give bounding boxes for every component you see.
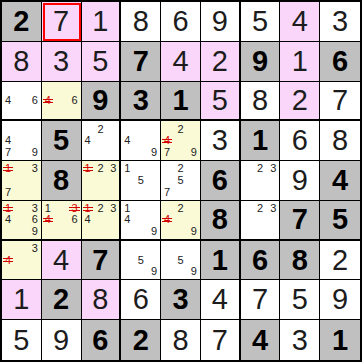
pencil-marks: 137 <box>2 161 41 200</box>
cell-r6c4[interactable]: 149 <box>121 201 161 241</box>
given-digit: 1 <box>172 86 188 115</box>
cell-r6c8[interactable]: 7 <box>280 201 320 241</box>
candidate-mark: 9 <box>191 147 197 158</box>
cell-r4c9[interactable]: 8 <box>320 121 360 161</box>
candidate-mark: 4 <box>5 95 11 106</box>
pencil-marks: 257 <box>161 161 200 200</box>
cell-r6c7[interactable]: 23 <box>241 201 281 241</box>
cell-r8c2[interactable]: 2 <box>42 280 82 320</box>
candidate-mark: 7 <box>5 187 11 198</box>
candidate-mark: 6 <box>71 95 77 106</box>
cell-r3c8[interactable]: 2 <box>280 82 320 122</box>
candidate-mark: 2 <box>257 163 263 174</box>
cell-r5c4[interactable]: 15 <box>121 161 161 201</box>
cell-r1c4[interactable]: 8 <box>121 2 161 42</box>
given-digit: 6 <box>212 166 228 195</box>
pencil-marks: 34 <box>2 241 41 280</box>
given-digit: 8 <box>212 205 228 234</box>
cell-r4c8[interactable]: 6 <box>280 121 320 161</box>
filled-digit: 8 <box>252 86 268 115</box>
given-digit: 4 <box>252 326 268 355</box>
cell-r5c1[interactable]: 137 <box>2 161 42 201</box>
filled-digit: 7 <box>252 285 268 314</box>
cell-r4c7[interactable]: 1 <box>241 121 281 161</box>
candidate-mark: 5 <box>177 255 183 266</box>
given-digit: 3 <box>133 86 149 115</box>
given-digit: 3 <box>172 285 188 314</box>
filled-digit: 7 <box>212 326 228 355</box>
filled-digit: 5 <box>212 86 228 115</box>
pencil-marks: 24 <box>82 121 120 160</box>
cell-r1c6[interactable]: 9 <box>201 2 241 42</box>
cell-r7c2[interactable]: 4 <box>42 241 82 281</box>
cell-r5c8[interactable]: 9 <box>280 161 320 201</box>
given-digit: 8 <box>292 246 308 275</box>
cell-r5c7[interactable]: 23 <box>241 161 281 201</box>
pencil-marks: 1234 <box>82 201 120 239</box>
cell-r9c8[interactable]: 3 <box>280 320 320 360</box>
cell-r7c1[interactable]: 34 <box>2 241 42 281</box>
candidate-mark: 3 <box>270 203 276 214</box>
cell-r1c3[interactable]: 1 <box>82 2 122 42</box>
cell-r4c6[interactable]: 3 <box>201 121 241 161</box>
cell-r3c9[interactable]: 7 <box>320 82 360 122</box>
pencil-marks: 59 <box>121 241 160 280</box>
pencil-marks: 149 <box>121 201 160 239</box>
pencil-marks: 249 <box>161 201 200 239</box>
cell-r2c3[interactable]: 5 <box>82 42 122 82</box>
cell-r2c2[interactable]: 3 <box>42 42 82 82</box>
cell-r6c3[interactable]: 1234 <box>82 201 122 241</box>
candidate-mark: 2 <box>257 203 263 214</box>
cell-r9c4[interactable]: 2 <box>121 320 161 360</box>
cell-r4c4[interactable]: 49 <box>121 121 161 161</box>
cell-r3c4[interactable]: 3 <box>121 82 161 122</box>
candidate-mark: 2 <box>97 203 103 214</box>
pencil-marks: 49 <box>121 121 160 160</box>
cell-r7c7[interactable]: 6 <box>241 241 281 281</box>
filled-digit: 1 <box>13 285 29 314</box>
cell-r7c9[interactable]: 2 <box>320 241 360 281</box>
sudoku-board: 2718695438357429164646931582747952449247… <box>0 0 362 362</box>
filled-digit: 1 <box>92 7 108 36</box>
cell-r4c3[interactable]: 24 <box>82 121 122 161</box>
filled-digit: 5 <box>292 285 308 314</box>
filled-digit: 4 <box>292 7 308 36</box>
filled-digit: 8 <box>92 285 108 314</box>
pencil-marks: 1346 <box>42 201 81 239</box>
cell-r9c9[interactable]: 1 <box>320 320 360 360</box>
given-digit: 1 <box>212 246 228 275</box>
pencil-marks: 23 <box>241 161 280 200</box>
candidate-mark: 4 <box>85 135 91 146</box>
candidate-mark: 4 <box>5 214 11 225</box>
filled-digit: 8 <box>332 126 348 155</box>
filled-digit: 3 <box>332 7 348 36</box>
candidate-mark: 9 <box>151 147 157 158</box>
cell-r7c6[interactable]: 1 <box>201 241 241 281</box>
cell-r3c7[interactable]: 8 <box>241 82 281 122</box>
pencil-marks: 15 <box>121 161 160 200</box>
given-digit: 2 <box>53 285 69 314</box>
cell-r3c3[interactable]: 9 <box>82 82 122 122</box>
cell-r8c4[interactable]: 6 <box>121 280 161 320</box>
filled-digit: 8 <box>172 326 188 355</box>
eliminated-candidate-mark: 4 <box>164 135 170 146</box>
candidate-mark: 3 <box>270 163 276 174</box>
cell-r9c6[interactable]: 7 <box>201 320 241 360</box>
filled-digit: 7 <box>53 7 69 36</box>
given-digit: 1 <box>332 326 348 355</box>
pencil-marks: 23 <box>241 201 280 239</box>
filled-digit: 5 <box>252 7 268 36</box>
cell-r1c7[interactable]: 5 <box>241 2 281 42</box>
cell-r8c8[interactable]: 5 <box>280 280 320 320</box>
filled-digit: 2 <box>332 246 348 275</box>
candidate-mark: 9 <box>191 266 197 277</box>
pencil-marks: 2479 <box>161 121 200 160</box>
cell-r8c7[interactable]: 7 <box>241 280 281 320</box>
filled-digit: 3 <box>212 126 228 155</box>
candidate-mark: 2 <box>177 203 183 214</box>
cell-r4c5[interactable]: 2479 <box>161 121 201 161</box>
cell-r5c9[interactable]: 4 <box>320 161 360 201</box>
given-digit: 2 <box>13 7 29 36</box>
cell-r2c9[interactable]: 6 <box>320 42 360 82</box>
given-digit: 7 <box>133 47 149 76</box>
given-digit: 6 <box>92 326 108 355</box>
pencil-marks: 46 <box>42 82 81 120</box>
cell-r5c2[interactable]: 8 <box>42 161 82 201</box>
candidate-mark: 9 <box>32 147 38 158</box>
cell-r6c1[interactable]: 13469 <box>2 201 42 241</box>
candidate-mark: 1 <box>124 163 130 174</box>
pencil-marks: 46 <box>2 82 41 120</box>
filled-digit: 8 <box>133 7 149 36</box>
candidate-mark: 5 <box>177 175 183 186</box>
cell-r1c1[interactable]: 2 <box>2 2 42 42</box>
filled-digit: 9 <box>53 326 69 355</box>
cell-r8c6[interactable]: 4 <box>201 280 241 320</box>
candidate-mark: 4 <box>124 214 130 225</box>
candidate-mark: 2 <box>97 163 103 174</box>
candidate-mark: 3 <box>110 163 116 174</box>
candidate-mark: 2 <box>177 124 183 135</box>
filled-digit: 6 <box>172 7 188 36</box>
candidate-mark: 5 <box>138 255 144 266</box>
cell-r3c6[interactable]: 5 <box>201 82 241 122</box>
cell-r1c5[interactable]: 6 <box>161 2 201 42</box>
cell-r9c2[interactable]: 9 <box>42 320 82 360</box>
candidate-mark: 4 <box>85 214 91 225</box>
eliminated-candidate-mark: 4 <box>164 214 170 225</box>
cell-r6c2[interactable]: 1346 <box>42 201 82 241</box>
filled-digit: 9 <box>292 166 308 195</box>
filled-digit: 5 <box>13 326 29 355</box>
cell-r2c5[interactable]: 4 <box>161 42 201 82</box>
candidate-mark: 9 <box>151 266 157 277</box>
candidate-mark: 2 <box>177 163 183 174</box>
candidate-mark: 7 <box>5 147 11 158</box>
candidate-mark: 7 <box>164 147 170 158</box>
cell-r9c5[interactable]: 8 <box>161 320 201 360</box>
cell-r7c8[interactable]: 8 <box>280 241 320 281</box>
candidate-mark: 4 <box>5 135 11 146</box>
given-digit: 7 <box>292 205 308 234</box>
cell-r9c7[interactable]: 4 <box>241 320 281 360</box>
cell-r4c1[interactable]: 479 <box>2 121 42 161</box>
pencil-marks: 13469 <box>2 201 41 239</box>
candidate-mark: 9 <box>151 226 157 237</box>
filled-digit: 2 <box>292 86 308 115</box>
candidate-mark: 9 <box>32 226 38 237</box>
filled-digit: 6 <box>292 126 308 155</box>
cell-r8c3[interactable]: 8 <box>82 280 122 320</box>
cell-r3c5[interactable]: 1 <box>161 82 201 122</box>
given-digit: 4 <box>332 166 348 195</box>
cell-r5c5[interactable]: 257 <box>161 161 201 201</box>
filled-digit: 1 <box>292 47 308 76</box>
cell-r9c3[interactable]: 6 <box>82 320 122 360</box>
given-digit: 9 <box>252 47 268 76</box>
pencil-marks: 479 <box>2 121 41 160</box>
cell-r8c5[interactable]: 3 <box>161 280 201 320</box>
filled-digit: 9 <box>212 7 228 36</box>
pencil-marks: 123 <box>82 161 120 200</box>
cell-r2c7[interactable]: 9 <box>241 42 281 82</box>
cell-r3c2[interactable]: 46 <box>42 82 82 122</box>
candidate-mark: 3 <box>32 243 38 254</box>
eliminated-candidate-mark: 4 <box>45 214 51 225</box>
given-digit: 6 <box>332 47 348 76</box>
given-digit: 6 <box>252 246 268 275</box>
cell-r6c6[interactable]: 8 <box>201 201 241 241</box>
given-digit: 7 <box>92 246 108 275</box>
cell-r1c8[interactable]: 4 <box>280 2 320 42</box>
filled-digit: 6 <box>133 285 149 314</box>
cell-r6c9[interactable]: 5 <box>320 201 360 241</box>
eliminated-candidate-mark: 4 <box>5 255 11 266</box>
cell-r9c1[interactable]: 5 <box>2 320 42 360</box>
filled-digit: 7 <box>332 86 348 115</box>
cell-r4c2[interactable]: 5 <box>42 121 82 161</box>
filled-digit: 4 <box>172 47 188 76</box>
cell-r2c4[interactable]: 7 <box>121 42 161 82</box>
eliminated-candidate-mark: 4 <box>45 95 51 106</box>
filled-digit: 5 <box>92 47 108 76</box>
filled-digit: 4 <box>212 285 228 314</box>
candidate-mark: 6 <box>71 214 77 225</box>
filled-digit: 9 <box>332 285 348 314</box>
eliminated-candidate-mark: 1 <box>5 163 11 174</box>
filled-digit: 8 <box>13 47 29 76</box>
filled-digit: 2 <box>212 47 228 76</box>
cell-r7c3[interactable]: 7 <box>82 241 122 281</box>
cell-r1c9[interactable]: 3 <box>320 2 360 42</box>
candidate-mark: 5 <box>138 175 144 186</box>
cell-r5c3[interactable]: 123 <box>82 161 122 201</box>
candidate-mark: 6 <box>32 214 38 225</box>
candidate-mark: 3 <box>32 163 38 174</box>
cell-r2c1[interactable]: 8 <box>2 42 42 82</box>
candidate-mark: 6 <box>32 95 38 106</box>
filled-digit: 3 <box>292 326 308 355</box>
cell-r6c5[interactable]: 249 <box>161 201 201 241</box>
given-digit: 2 <box>133 326 149 355</box>
given-digit: 5 <box>53 126 69 155</box>
cell-r3c1[interactable]: 46 <box>2 82 42 122</box>
eliminated-candidate-mark: 1 <box>85 163 91 174</box>
given-digit: 9 <box>92 86 108 115</box>
filled-digit: 3 <box>53 47 69 76</box>
cell-r8c9[interactable]: 9 <box>320 280 360 320</box>
candidate-mark: 4 <box>124 135 130 146</box>
given-digit: 8 <box>53 166 69 195</box>
candidate-mark: 9 <box>191 226 197 237</box>
cell-r5c6[interactable]: 6 <box>201 161 241 201</box>
cell-r7c4[interactable]: 59 <box>121 241 161 281</box>
given-digit: 5 <box>332 205 348 234</box>
candidate-mark: 3 <box>110 203 116 214</box>
filled-digit: 4 <box>53 246 69 275</box>
cell-r8c1[interactable]: 1 <box>2 280 42 320</box>
candidate-mark: 7 <box>164 187 170 198</box>
cell-r7c5[interactable]: 59 <box>161 241 201 281</box>
cell-r2c6[interactable]: 2 <box>201 42 241 82</box>
cell-r1c2[interactable]: 7 <box>42 2 82 42</box>
cell-r2c8[interactable]: 1 <box>280 42 320 82</box>
pencil-marks: 59 <box>161 241 200 280</box>
given-digit: 1 <box>252 126 268 155</box>
candidate-mark: 2 <box>97 124 103 135</box>
